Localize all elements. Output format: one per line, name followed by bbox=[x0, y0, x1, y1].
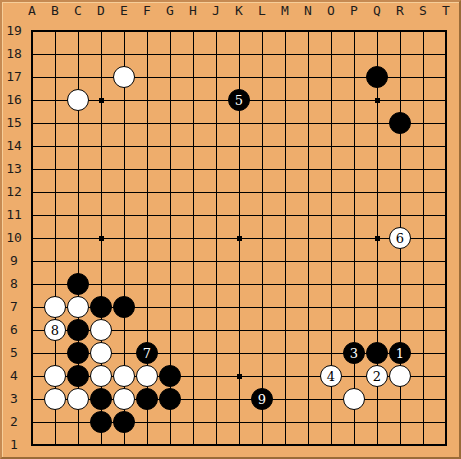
star-point bbox=[375, 98, 380, 103]
coord-label-top: Q bbox=[369, 4, 385, 18]
coord-label-top: L bbox=[254, 4, 270, 18]
stone-black bbox=[67, 319, 89, 341]
coord-label-left: 16 bbox=[2, 93, 26, 107]
stone-black bbox=[113, 296, 135, 318]
coord-label-left: 19 bbox=[2, 24, 26, 38]
coord-label-top: D bbox=[93, 4, 109, 18]
coord-label-top: K bbox=[231, 4, 247, 18]
coord-label-left: 11 bbox=[2, 208, 26, 222]
stone-white bbox=[67, 296, 89, 318]
stone-black bbox=[113, 411, 135, 433]
stone-black bbox=[159, 365, 181, 387]
stone-black bbox=[67, 342, 89, 364]
stone-black: 5 bbox=[228, 89, 250, 111]
stone-white bbox=[67, 388, 89, 410]
stone-black: 7 bbox=[136, 342, 158, 364]
stone-black bbox=[67, 365, 89, 387]
coord-label-left: 4 bbox=[2, 369, 26, 383]
coord-label-left: 3 bbox=[2, 392, 26, 406]
star-point bbox=[375, 236, 380, 241]
stone-black bbox=[366, 66, 388, 88]
stone-move-number: 3 bbox=[350, 347, 358, 360]
stone-black bbox=[90, 296, 112, 318]
stone-white bbox=[44, 388, 66, 410]
stone-black: 3 bbox=[343, 342, 365, 364]
coord-label-top: P bbox=[346, 4, 362, 18]
coord-label-top: H bbox=[185, 4, 201, 18]
coord-label-top: N bbox=[300, 4, 316, 18]
stone-black bbox=[159, 388, 181, 410]
stone-white: 2 bbox=[366, 365, 388, 387]
stone-white bbox=[90, 319, 112, 341]
coord-label-top: B bbox=[47, 4, 63, 18]
coord-label-top: R bbox=[392, 4, 408, 18]
stone-white: 8 bbox=[44, 319, 66, 341]
coord-label-top: E bbox=[116, 4, 132, 18]
coord-label-top: A bbox=[24, 4, 40, 18]
go-board-frame: ABCDEFGHJKLMNOPQRST191817161514131211109… bbox=[0, 0, 461, 459]
coord-label-left: 5 bbox=[2, 346, 26, 360]
stone-white bbox=[113, 66, 135, 88]
coord-label-left: 2 bbox=[2, 415, 26, 429]
stone-white bbox=[44, 365, 66, 387]
stone-move-number: 8 bbox=[51, 324, 59, 337]
stone-move-number: 5 bbox=[235, 94, 243, 107]
stone-black bbox=[389, 112, 411, 134]
stone-move-number: 4 bbox=[327, 370, 335, 383]
coord-label-left: 15 bbox=[2, 116, 26, 130]
coord-label-left: 10 bbox=[2, 231, 26, 245]
stone-move-number: 6 bbox=[396, 232, 404, 245]
coord-label-left: 12 bbox=[2, 185, 26, 199]
stone-white bbox=[136, 365, 158, 387]
stone-white bbox=[389, 365, 411, 387]
star-point bbox=[237, 236, 242, 241]
stone-white bbox=[113, 388, 135, 410]
coord-label-left: 6 bbox=[2, 323, 26, 337]
stone-move-number: 2 bbox=[373, 370, 381, 383]
coord-label-left: 13 bbox=[2, 162, 26, 176]
coord-label-left: 14 bbox=[2, 139, 26, 153]
coord-label-left: 1 bbox=[2, 438, 26, 452]
star-point bbox=[99, 98, 104, 103]
stone-black bbox=[90, 388, 112, 410]
stone-black bbox=[136, 388, 158, 410]
coord-label-top: F bbox=[139, 4, 155, 18]
stone-white bbox=[113, 365, 135, 387]
star-point bbox=[99, 236, 104, 241]
stone-white bbox=[67, 89, 89, 111]
stone-move-number: 7 bbox=[143, 347, 151, 360]
stone-move-number: 9 bbox=[258, 393, 266, 406]
stone-white bbox=[44, 296, 66, 318]
coord-label-top: G bbox=[162, 4, 178, 18]
stone-white: 4 bbox=[320, 365, 342, 387]
coord-label-top: J bbox=[208, 4, 224, 18]
stone-white bbox=[343, 388, 365, 410]
coord-label-left: 17 bbox=[2, 70, 26, 84]
coord-label-left: 18 bbox=[2, 47, 26, 61]
coord-label-top: C bbox=[70, 4, 86, 18]
coord-label-left: 7 bbox=[2, 300, 26, 314]
star-point bbox=[237, 374, 242, 379]
stone-black: 1 bbox=[389, 342, 411, 364]
stone-move-number: 1 bbox=[396, 347, 404, 360]
stone-black bbox=[366, 342, 388, 364]
coord-label-left: 8 bbox=[2, 277, 26, 291]
stone-white: 6 bbox=[389, 227, 411, 249]
stone-black bbox=[67, 273, 89, 295]
stone-white bbox=[90, 342, 112, 364]
coord-label-left: 9 bbox=[2, 254, 26, 268]
go-board: ABCDEFGHJKLMNOPQRST191817161514131211109… bbox=[0, 0, 461, 459]
stone-black: 9 bbox=[251, 388, 273, 410]
coord-label-top: S bbox=[415, 4, 431, 18]
coord-label-top: O bbox=[323, 4, 339, 18]
stone-white bbox=[90, 365, 112, 387]
coord-label-top: T bbox=[438, 4, 454, 18]
coord-label-top: M bbox=[277, 4, 293, 18]
stone-black bbox=[90, 411, 112, 433]
